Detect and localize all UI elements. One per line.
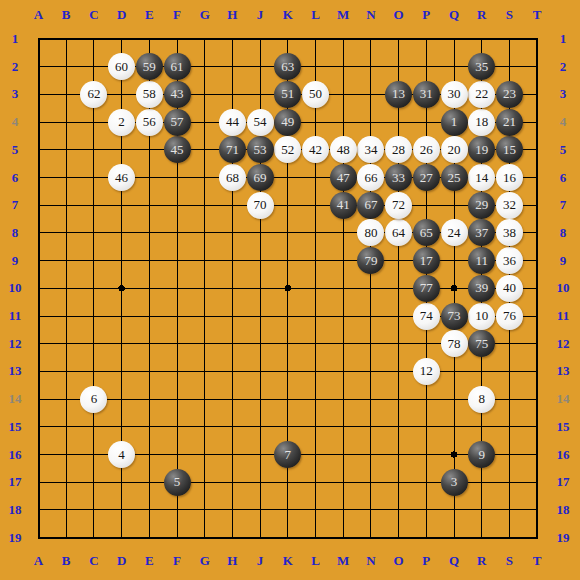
row-label-right-1: 1 [560,31,567,47]
row-label-left-14: 14 [9,391,22,407]
row-label-left-19: 19 [9,530,22,546]
col-label-bottom-K: K [283,553,293,569]
stone-W4-D16[interactable]: 4 [108,441,135,468]
col-label-top-S: S [506,7,513,23]
stone-B29-R7[interactable]: 29 [468,192,495,219]
stone-W74-P11[interactable]: 74 [413,303,440,330]
stone-W54-J4[interactable]: 54 [247,109,274,136]
stone-B45-F5[interactable]: 45 [164,136,191,163]
stone-B73-Q11[interactable]: 73 [441,303,468,330]
row-label-right-6: 6 [560,170,567,186]
row-label-left-16: 16 [9,447,22,463]
row-label-left-1: 1 [12,31,19,47]
col-label-top-H: H [227,7,237,23]
col-label-bottom-O: O [394,553,404,569]
stone-W22-R3[interactable]: 22 [468,81,495,108]
stone-B61-F2[interactable]: 61 [164,53,191,80]
stone-W58-E3[interactable]: 58 [136,81,163,108]
stone-W56-E4[interactable]: 56 [136,109,163,136]
col-label-top-G: G [200,7,210,23]
stone-B39-R10[interactable]: 39 [468,275,495,302]
col-label-top-A: A [34,7,43,23]
col-label-top-F: F [173,7,181,23]
col-label-top-O: O [394,7,404,23]
row-label-left-3: 3 [12,86,19,102]
row-label-left-9: 9 [12,253,19,269]
stone-B9-R16[interactable]: 9 [468,441,495,468]
col-label-bottom-T: T [533,553,542,569]
row-label-left-6: 6 [12,170,19,186]
stone-W76-S11[interactable]: 76 [496,303,523,330]
stone-W70-J7[interactable]: 70 [247,192,274,219]
row-label-right-13: 13 [557,363,570,379]
stone-B57-F4[interactable]: 57 [164,109,191,136]
col-label-bottom-B: B [62,553,71,569]
col-label-bottom-P: P [422,553,430,569]
stone-W26-P5[interactable]: 26 [413,136,440,163]
col-label-bottom-M: M [337,553,349,569]
stone-B43-F3[interactable]: 43 [164,81,191,108]
stone-B71-H5[interactable]: 71 [219,136,246,163]
stone-B13-O3[interactable]: 13 [385,81,412,108]
stone-B49-K4[interactable]: 49 [274,109,301,136]
row-label-right-19: 19 [557,530,570,546]
row-label-right-8: 8 [560,225,567,241]
stone-W72-O7[interactable]: 72 [385,192,412,219]
go-board[interactable]: ABCDEFGHJKLMNOPQRST ABCDEFGHJKLMNOPQRST … [0,0,580,580]
col-label-bottom-N: N [366,553,375,569]
row-label-right-7: 7 [560,197,567,213]
row-label-left-17: 17 [9,474,22,490]
stone-W68-H6[interactable]: 68 [219,164,246,191]
col-label-bottom-C: C [89,553,98,569]
row-label-right-17: 17 [557,474,570,490]
row-label-right-12: 12 [557,336,570,352]
col-label-top-C: C [89,7,98,23]
col-label-top-R: R [477,7,486,23]
stone-B15-S5[interactable]: 15 [496,136,523,163]
stone-W32-S7[interactable]: 32 [496,192,523,219]
row-label-left-4: 4 [12,114,19,130]
stone-W2-D4[interactable]: 2 [108,109,135,136]
row-label-left-13: 13 [9,363,22,379]
col-label-bottom-G: G [200,553,210,569]
col-label-top-J: J [257,7,264,23]
stone-W78-Q12[interactable]: 78 [441,330,468,357]
row-label-left-18: 18 [9,502,22,518]
row-label-left-2: 2 [12,59,19,75]
stone-B33-O6[interactable]: 33 [385,164,412,191]
col-label-bottom-E: E [145,553,154,569]
stone-W10-R11[interactable]: 10 [468,303,495,330]
stone-W20-Q5[interactable]: 20 [441,136,468,163]
row-label-left-15: 15 [9,419,22,435]
col-label-bottom-L: L [311,553,320,569]
row-label-left-11: 11 [9,308,21,324]
stone-B5-F17[interactable]: 5 [164,469,191,496]
stone-B69-J6[interactable]: 69 [247,164,274,191]
col-label-top-D: D [117,7,126,23]
stone-B67-N7[interactable]: 67 [357,192,384,219]
col-label-top-T: T [533,7,542,23]
stone-B25-Q6[interactable]: 25 [441,164,468,191]
stone-B23-S3[interactable]: 23 [496,81,523,108]
stone-W50-L3[interactable]: 50 [302,81,329,108]
stone-B1-Q4[interactable]: 1 [441,109,468,136]
stone-W24-Q8[interactable]: 24 [441,219,468,246]
stone-B53-J5[interactable]: 53 [247,136,274,163]
row-label-left-10: 10 [9,280,22,296]
stone-B47-M6[interactable]: 47 [330,164,357,191]
stone-B65-P8[interactable]: 65 [413,219,440,246]
stone-W36-S9[interactable]: 36 [496,247,523,274]
stone-W46-D6[interactable]: 46 [108,164,135,191]
col-label-top-N: N [366,7,375,23]
stone-W44-H4[interactable]: 44 [219,109,246,136]
stone-B59-E2[interactable]: 59 [136,53,163,80]
col-label-top-M: M [337,7,349,23]
col-label-top-B: B [62,7,71,23]
col-label-bottom-R: R [477,553,486,569]
col-label-bottom-H: H [227,553,237,569]
stone-W48-M5[interactable]: 48 [330,136,357,163]
stone-W12-P13[interactable]: 12 [413,358,440,385]
row-label-right-3: 3 [560,86,567,102]
stone-B77-P10[interactable]: 77 [413,275,440,302]
col-label-bottom-A: A [34,553,43,569]
stone-B17-P9[interactable]: 17 [413,247,440,274]
col-label-top-L: L [311,7,320,23]
stone-W16-S6[interactable]: 16 [496,164,523,191]
row-label-right-18: 18 [557,502,570,518]
col-label-bottom-S: S [506,553,513,569]
stone-B27-P6[interactable]: 27 [413,164,440,191]
row-label-right-2: 2 [560,59,567,75]
col-label-top-K: K [283,7,293,23]
row-label-left-8: 8 [12,225,19,241]
row-label-right-14: 14 [557,391,570,407]
col-label-bottom-J: J [257,553,264,569]
col-label-top-Q: Q [449,7,459,23]
stone-W30-Q3[interactable]: 30 [441,81,468,108]
row-label-right-16: 16 [557,447,570,463]
stone-B51-K3[interactable]: 51 [274,81,301,108]
stone-W14-R6[interactable]: 14 [468,164,495,191]
stone-B41-M7[interactable]: 41 [330,192,357,219]
col-label-top-P: P [422,7,430,23]
col-label-top-E: E [145,7,154,23]
col-label-bottom-F: F [173,553,181,569]
row-label-right-9: 9 [560,253,567,269]
row-label-left-7: 7 [12,197,19,213]
stone-B3-Q17[interactable]: 3 [441,469,468,496]
row-label-right-4: 4 [560,114,567,130]
stone-W18-R4[interactable]: 18 [468,109,495,136]
row-label-right-11: 11 [557,308,569,324]
row-label-right-15: 15 [557,419,570,435]
col-label-bottom-Q: Q [449,553,459,569]
row-label-left-12: 12 [9,336,22,352]
stone-W6-C14[interactable]: 6 [80,386,107,413]
row-label-right-5: 5 [560,142,567,158]
stone-W8-R14[interactable]: 8 [468,386,495,413]
stone-W40-S10[interactable]: 40 [496,275,523,302]
row-label-right-10: 10 [557,280,570,296]
col-label-bottom-D: D [117,553,126,569]
stone-B31-P3[interactable]: 31 [413,81,440,108]
stone-B21-S4[interactable]: 21 [496,109,523,136]
row-label-left-5: 5 [12,142,19,158]
